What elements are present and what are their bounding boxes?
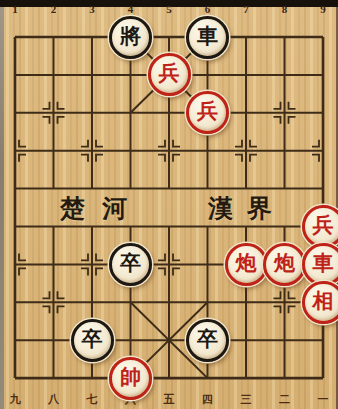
file-label-top-9: 9 (312, 3, 334, 15)
file-label-top-8: 8 (274, 3, 296, 15)
piece-character: 帥 (120, 367, 141, 388)
piece-red-elephant[interactable]: 相 (302, 281, 338, 324)
file-label-top-5: 5 (158, 3, 180, 15)
file-label-top-6: 6 (197, 3, 219, 15)
piece-character: 卒 (197, 329, 218, 350)
piece-character: 相 (313, 291, 334, 312)
xiangqi-board-screenshot: 123456789 九八七六五四三二一 楚河 漢界 將車兵兵兵卒炮炮車相卒卒帥 (0, 0, 338, 409)
file-label-top-7: 7 (235, 3, 257, 15)
piece-character: 將 (120, 26, 141, 47)
piece-red-chariot[interactable]: 車 (302, 243, 338, 286)
piece-character: 卒 (82, 329, 103, 350)
piece-red-general[interactable]: 帥 (109, 357, 152, 400)
piece-character: 兵 (197, 101, 218, 122)
piece-character: 車 (197, 26, 218, 47)
file-label-top-4: 4 (120, 3, 142, 15)
file-label-top-3: 3 (81, 3, 103, 15)
piece-black-chariot[interactable]: 車 (186, 16, 229, 59)
piece-character: 炮 (274, 253, 295, 274)
piece-black-general[interactable]: 將 (109, 16, 152, 59)
piece-red-soldier-3[interactable]: 兵 (302, 205, 338, 248)
piece-red-soldier-1[interactable]: 兵 (148, 53, 191, 96)
piece-layer: 將車兵兵兵卒炮炮車相卒卒帥 (0, 18, 338, 397)
piece-black-soldier-3[interactable]: 卒 (186, 319, 229, 362)
piece-black-soldier-1[interactable]: 卒 (109, 243, 152, 286)
piece-character: 卒 (120, 253, 141, 274)
piece-red-soldier-2[interactable]: 兵 (186, 91, 229, 134)
file-label-top-2: 2 (43, 3, 65, 15)
piece-character: 兵 (313, 215, 334, 236)
piece-character: 兵 (159, 63, 180, 84)
piece-character: 車 (313, 253, 334, 274)
piece-character: 炮 (236, 253, 257, 274)
piece-red-cannon-1[interactable]: 炮 (225, 243, 268, 286)
file-label-top-1: 1 (4, 3, 26, 15)
piece-black-soldier-2[interactable]: 卒 (71, 319, 114, 362)
piece-red-cannon-2[interactable]: 炮 (263, 243, 306, 286)
